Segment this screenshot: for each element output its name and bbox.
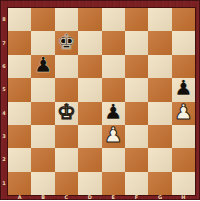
rank-label-3: 3 bbox=[0, 134, 8, 140]
square-e5[interactable] bbox=[102, 78, 125, 101]
square-c3[interactable] bbox=[55, 125, 78, 148]
square-a2[interactable] bbox=[8, 148, 31, 171]
rank-label-4: 4 bbox=[0, 110, 8, 116]
rank-label-6: 6 bbox=[0, 63, 8, 69]
square-b4[interactable] bbox=[31, 102, 54, 125]
square-g6[interactable] bbox=[148, 55, 171, 78]
square-g1[interactable] bbox=[148, 172, 171, 195]
square-a3[interactable] bbox=[8, 125, 31, 148]
rank-label-8: 8 bbox=[0, 17, 8, 23]
square-c2[interactable] bbox=[55, 148, 78, 171]
square-e6[interactable] bbox=[102, 55, 125, 78]
file-label-H: H bbox=[178, 195, 188, 201]
square-f3[interactable] bbox=[125, 125, 148, 148]
square-f5[interactable] bbox=[125, 78, 148, 101]
black-pawn[interactable]: ♟ bbox=[34, 55, 53, 76]
square-c4[interactable]: ♚ bbox=[55, 102, 78, 125]
square-g7[interactable] bbox=[148, 31, 171, 54]
square-f2[interactable] bbox=[125, 148, 148, 171]
square-c8[interactable] bbox=[55, 8, 78, 31]
square-c5[interactable] bbox=[55, 78, 78, 101]
square-c1[interactable] bbox=[55, 172, 78, 195]
square-g2[interactable] bbox=[148, 148, 171, 171]
square-h4[interactable]: ♟ bbox=[172, 102, 195, 125]
square-c7[interactable]: ♚ bbox=[55, 31, 78, 54]
square-b6[interactable]: ♟ bbox=[31, 55, 54, 78]
square-a8[interactable] bbox=[8, 8, 31, 31]
file-label-D: D bbox=[85, 195, 95, 201]
square-b7[interactable] bbox=[31, 31, 54, 54]
square-d3[interactable] bbox=[78, 125, 101, 148]
square-g4[interactable] bbox=[148, 102, 171, 125]
square-a6[interactable] bbox=[8, 55, 31, 78]
square-b2[interactable] bbox=[31, 148, 54, 171]
board-squares: ♚♟♟♚♟♟♟ bbox=[8, 8, 195, 195]
rank-label-7: 7 bbox=[0, 40, 8, 46]
square-f4[interactable] bbox=[125, 102, 148, 125]
square-g8[interactable] bbox=[148, 8, 171, 31]
square-d5[interactable] bbox=[78, 78, 101, 101]
square-a7[interactable] bbox=[8, 31, 31, 54]
square-f8[interactable] bbox=[125, 8, 148, 31]
square-d4[interactable] bbox=[78, 102, 101, 125]
black-pawn[interactable]: ♟ bbox=[104, 102, 123, 123]
square-e1[interactable] bbox=[102, 172, 125, 195]
square-h1[interactable] bbox=[172, 172, 195, 195]
square-g3[interactable] bbox=[148, 125, 171, 148]
file-label-C: C bbox=[61, 195, 71, 201]
chess-board: ♚♟♟♚♟♟♟ 87654321ABCDEFGH bbox=[0, 0, 200, 200]
square-e4[interactable]: ♟ bbox=[102, 102, 125, 125]
white-king[interactable]: ♚ bbox=[57, 102, 76, 123]
square-f1[interactable] bbox=[125, 172, 148, 195]
rank-label-2: 2 bbox=[0, 157, 8, 163]
square-h7[interactable] bbox=[172, 31, 195, 54]
square-b1[interactable] bbox=[31, 172, 54, 195]
square-f6[interactable] bbox=[125, 55, 148, 78]
square-e3[interactable]: ♟ bbox=[102, 125, 125, 148]
file-label-B: B bbox=[38, 195, 48, 201]
white-pawn[interactable]: ♟ bbox=[174, 102, 193, 123]
square-c6[interactable] bbox=[55, 55, 78, 78]
square-b3[interactable] bbox=[31, 125, 54, 148]
white-pawn[interactable]: ♟ bbox=[104, 125, 123, 146]
file-label-A: A bbox=[15, 195, 25, 201]
square-a1[interactable] bbox=[8, 172, 31, 195]
file-label-F: F bbox=[132, 195, 142, 201]
square-d6[interactable] bbox=[78, 55, 101, 78]
square-h3[interactable] bbox=[172, 125, 195, 148]
square-h2[interactable] bbox=[172, 148, 195, 171]
square-g5[interactable] bbox=[148, 78, 171, 101]
rank-label-1: 1 bbox=[0, 180, 8, 186]
square-b5[interactable] bbox=[31, 78, 54, 101]
square-b8[interactable] bbox=[31, 8, 54, 31]
rank-label-5: 5 bbox=[0, 87, 8, 93]
square-h5[interactable]: ♟ bbox=[172, 78, 195, 101]
square-f7[interactable] bbox=[125, 31, 148, 54]
square-e2[interactable] bbox=[102, 148, 125, 171]
file-label-G: G bbox=[155, 195, 165, 201]
square-h6[interactable] bbox=[172, 55, 195, 78]
square-a5[interactable] bbox=[8, 78, 31, 101]
file-label-E: E bbox=[108, 195, 118, 201]
black-pawn[interactable]: ♟ bbox=[174, 78, 193, 99]
black-king[interactable]: ♚ bbox=[57, 32, 76, 53]
square-d2[interactable] bbox=[78, 148, 101, 171]
square-d1[interactable] bbox=[78, 172, 101, 195]
square-d7[interactable] bbox=[78, 31, 101, 54]
square-a4[interactable] bbox=[8, 102, 31, 125]
square-h8[interactable] bbox=[172, 8, 195, 31]
square-e7[interactable] bbox=[102, 31, 125, 54]
square-d8[interactable] bbox=[78, 8, 101, 31]
square-e8[interactable] bbox=[102, 8, 125, 31]
